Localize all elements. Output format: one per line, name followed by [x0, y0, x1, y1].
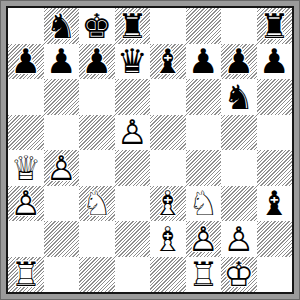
square-c7[interactable]: ♟♟ — [79, 44, 115, 80]
square-h3[interactable]: ♝♝ — [257, 186, 293, 222]
square-g2[interactable]: ♟♙ — [221, 221, 257, 257]
piece-black-pawn[interactable]: ♟♟ — [44, 44, 80, 80]
square-e7[interactable]: ♝♝ — [150, 44, 186, 80]
piece-glyph: ♚ — [79, 8, 115, 44]
square-a7[interactable]: ♟♟ — [8, 44, 44, 80]
square-d6[interactable] — [115, 79, 151, 115]
square-c4[interactable] — [79, 150, 115, 186]
piece-glyph: ♝ — [257, 186, 293, 222]
square-h5[interactable] — [257, 115, 293, 151]
square-h1[interactable] — [257, 257, 293, 293]
piece-glyph: ♔ — [221, 257, 257, 293]
piece-white-pawn[interactable]: ♟♙ — [44, 150, 80, 186]
piece-black-pawn[interactable]: ♟♟ — [221, 44, 257, 80]
square-h4[interactable] — [257, 150, 293, 186]
square-g1[interactable]: ♚♔ — [221, 257, 257, 293]
square-f2[interactable]: ♟♙ — [186, 221, 222, 257]
piece-glyph: ♕ — [8, 150, 44, 186]
piece-glyph: ♙ — [8, 186, 44, 222]
piece-glyph: ♙ — [221, 221, 257, 257]
piece-white-bishop[interactable]: ♝♗ — [150, 186, 186, 222]
piece-black-pawn[interactable]: ♟♟ — [257, 44, 293, 80]
piece-white-pawn[interactable]: ♟♙ — [186, 221, 222, 257]
piece-glyph: ♝ — [150, 44, 186, 80]
square-c3[interactable]: ♞♘ — [79, 186, 115, 222]
square-g4[interactable] — [221, 150, 257, 186]
piece-glyph: ♟ — [44, 44, 80, 80]
piece-glyph: ♟ — [257, 44, 293, 80]
square-d3[interactable] — [115, 186, 151, 222]
square-b5[interactable] — [44, 115, 80, 151]
piece-glyph: ♜ — [257, 8, 293, 44]
square-g5[interactable] — [221, 115, 257, 151]
piece-black-queen[interactable]: ♛♛ — [115, 44, 151, 80]
square-h6[interactable] — [257, 79, 293, 115]
piece-white-queen[interactable]: ♛♕ — [8, 150, 44, 186]
square-f1[interactable]: ♜♖ — [186, 257, 222, 293]
square-f3[interactable]: ♞♘ — [186, 186, 222, 222]
chess-board: ♞♞♚♚♜♜♜♜♟♟♟♟♟♟♛♛♝♝♟♟♟♟♟♟♞♞♟♙♛♕♟♙♟♙♞♘♝♗♞♘… — [8, 8, 292, 292]
piece-white-pawn[interactable]: ♟♙ — [115, 115, 151, 151]
square-g6[interactable]: ♞♞ — [221, 79, 257, 115]
square-b6[interactable] — [44, 79, 80, 115]
square-h8[interactable]: ♜♜ — [257, 8, 293, 44]
piece-black-rook[interactable]: ♜♜ — [257, 8, 293, 44]
square-d7[interactable]: ♛♛ — [115, 44, 151, 80]
piece-black-knight[interactable]: ♞♞ — [44, 8, 80, 44]
square-h7[interactable]: ♟♟ — [257, 44, 293, 80]
square-a6[interactable] — [8, 79, 44, 115]
piece-white-king[interactable]: ♚♔ — [221, 257, 257, 293]
square-e3[interactable]: ♝♗ — [150, 186, 186, 222]
piece-black-king[interactable]: ♚♚ — [79, 8, 115, 44]
piece-glyph: ♛ — [115, 44, 151, 80]
square-c1[interactable] — [79, 257, 115, 293]
square-e2[interactable]: ♝♗ — [150, 221, 186, 257]
square-f5[interactable] — [186, 115, 222, 151]
board-frame: ♞♞♚♚♜♜♜♜♟♟♟♟♟♟♛♛♝♝♟♟♟♟♟♟♞♞♟♙♛♕♟♙♟♙♞♘♝♗♞♘… — [0, 0, 300, 300]
piece-black-pawn[interactable]: ♟♟ — [186, 44, 222, 80]
square-f8[interactable] — [186, 8, 222, 44]
piece-glyph: ♙ — [186, 221, 222, 257]
square-d2[interactable] — [115, 221, 151, 257]
square-f6[interactable] — [186, 79, 222, 115]
square-a3[interactable]: ♟♙ — [8, 186, 44, 222]
piece-glyph: ♘ — [79, 186, 115, 222]
square-e4[interactable] — [150, 150, 186, 186]
piece-white-pawn[interactable]: ♟♙ — [8, 186, 44, 222]
piece-glyph: ♗ — [150, 186, 186, 222]
square-f7[interactable]: ♟♟ — [186, 44, 222, 80]
piece-glyph: ♙ — [44, 150, 80, 186]
square-a1[interactable]: ♜♖ — [8, 257, 44, 293]
piece-black-knight[interactable]: ♞♞ — [221, 79, 257, 115]
square-c2[interactable] — [79, 221, 115, 257]
square-d8[interactable]: ♜♜ — [115, 8, 151, 44]
square-a5[interactable] — [8, 115, 44, 151]
square-c6[interactable] — [79, 79, 115, 115]
square-f4[interactable] — [186, 150, 222, 186]
piece-black-bishop[interactable]: ♝♝ — [150, 44, 186, 80]
piece-glyph: ♞ — [221, 79, 257, 115]
piece-black-pawn[interactable]: ♟♟ — [8, 44, 44, 80]
square-b1[interactable] — [44, 257, 80, 293]
piece-white-bishop[interactable]: ♝♗ — [150, 221, 186, 257]
square-b4[interactable]: ♟♙ — [44, 150, 80, 186]
square-e8[interactable] — [150, 8, 186, 44]
square-b2[interactable] — [44, 221, 80, 257]
square-g3[interactable] — [221, 186, 257, 222]
piece-white-rook[interactable]: ♜♖ — [8, 257, 44, 293]
piece-white-knight[interactable]: ♞♘ — [79, 186, 115, 222]
square-b7[interactable]: ♟♟ — [44, 44, 80, 80]
piece-black-bishop[interactable]: ♝♝ — [257, 186, 293, 222]
piece-glyph: ♟ — [8, 44, 44, 80]
square-h2[interactable] — [257, 221, 293, 257]
square-b8[interactable]: ♞♞ — [44, 8, 80, 44]
board-border: ♞♞♚♚♜♜♜♜♟♟♟♟♟♟♛♛♝♝♟♟♟♟♟♟♞♞♟♙♛♕♟♙♟♙♞♘♝♗♞♘… — [6, 6, 294, 294]
piece-glyph: ♖ — [186, 257, 222, 293]
piece-white-pawn[interactable]: ♟♙ — [221, 221, 257, 257]
piece-white-knight[interactable]: ♞♘ — [186, 186, 222, 222]
square-g7[interactable]: ♟♟ — [221, 44, 257, 80]
piece-white-rook[interactable]: ♜♖ — [186, 257, 222, 293]
square-e6[interactable] — [150, 79, 186, 115]
piece-black-rook[interactable]: ♜♜ — [115, 8, 151, 44]
square-c8[interactable]: ♚♚ — [79, 8, 115, 44]
piece-glyph: ♞ — [44, 8, 80, 44]
piece-glyph: ♟ — [186, 44, 222, 80]
square-a4[interactable]: ♛♕ — [8, 150, 44, 186]
piece-glyph: ♗ — [150, 221, 186, 257]
piece-glyph: ♙ — [115, 115, 151, 151]
square-d1[interactable] — [115, 257, 151, 293]
square-d4[interactable] — [115, 150, 151, 186]
square-d5[interactable]: ♟♙ — [115, 115, 151, 151]
square-a8[interactable] — [8, 8, 44, 44]
square-a2[interactable] — [8, 221, 44, 257]
square-e5[interactable] — [150, 115, 186, 151]
square-c5[interactable] — [79, 115, 115, 151]
piece-black-pawn[interactable]: ♟♟ — [79, 44, 115, 80]
piece-glyph: ♜ — [115, 8, 151, 44]
square-b3[interactable] — [44, 186, 80, 222]
piece-glyph: ♘ — [186, 186, 222, 222]
square-g8[interactable] — [221, 8, 257, 44]
piece-glyph: ♟ — [221, 44, 257, 80]
piece-glyph: ♟ — [79, 44, 115, 80]
piece-glyph: ♖ — [8, 257, 44, 293]
square-e1[interactable] — [150, 257, 186, 293]
